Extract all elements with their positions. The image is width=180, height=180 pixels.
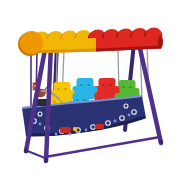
decor-red-shape <box>60 127 71 133</box>
frame-foot <box>24 149 28 153</box>
handrail-knob <box>41 90 43 92</box>
left-mid-leg <box>46 45 51 161</box>
frame-foot <box>159 140 163 144</box>
canopy-right-end <box>158 36 163 49</box>
decor-red-shape <box>95 124 104 129</box>
front-ground-rail <box>45 137 160 157</box>
swing-ride-illustration <box>0 0 180 180</box>
canopy-end-cap <box>20 31 43 54</box>
rooster-wattle <box>33 89 35 91</box>
decor-yellow-dot <box>73 127 77 131</box>
frame-foot <box>44 158 48 162</box>
swing-ride-photo <box>0 0 180 180</box>
